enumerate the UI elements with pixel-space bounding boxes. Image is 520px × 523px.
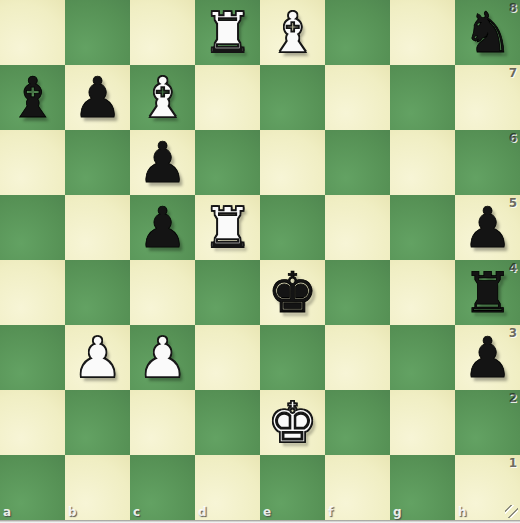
file-label-f: f — [328, 505, 333, 519]
piece-black-pawn-c6[interactable]: ♟ — [130, 130, 195, 195]
piece-white-pawn-b3[interactable]: ♟ — [65, 325, 130, 390]
square-g6[interactable] — [390, 130, 455, 195]
piece-black-bishop-a7[interactable]: ♝ — [0, 65, 65, 130]
file-label-b: b — [68, 505, 77, 519]
square-g5[interactable] — [390, 195, 455, 260]
piece-black-rook-h4[interactable]: ♜ — [455, 260, 520, 325]
square-b6[interactable] — [65, 130, 130, 195]
piece-white-king-e2[interactable]: ♚ — [260, 390, 325, 455]
square-b2[interactable] — [65, 390, 130, 455]
file-label-g: g — [393, 505, 402, 519]
square-a7[interactable]: ♝ — [0, 65, 65, 130]
square-g7[interactable] — [390, 65, 455, 130]
resize-grip-icon[interactable] — [505, 505, 518, 518]
piece-white-pawn-c3[interactable]: ♟ — [130, 325, 195, 390]
square-a5[interactable] — [0, 195, 65, 260]
square-h3[interactable]: ♟3 — [455, 325, 520, 390]
square-c2[interactable] — [130, 390, 195, 455]
square-h5[interactable]: ♟5 — [455, 195, 520, 260]
square-e6[interactable] — [260, 130, 325, 195]
square-g2[interactable] — [390, 390, 455, 455]
square-h7[interactable]: 7 — [455, 65, 520, 130]
square-c6[interactable]: ♟ — [130, 130, 195, 195]
piece-black-pawn-b7[interactable]: ♟ — [65, 65, 130, 130]
square-a6[interactable] — [0, 130, 65, 195]
file-label-d: d — [198, 505, 207, 519]
square-f6[interactable] — [325, 130, 390, 195]
piece-white-bishop-c7[interactable]: ♝ — [130, 65, 195, 130]
piece-white-rook-d8[interactable]: ♜ — [195, 0, 260, 65]
square-c4[interactable] — [130, 260, 195, 325]
piece-black-pawn-c5[interactable]: ♟ — [130, 195, 195, 260]
square-e2[interactable]: ♚ — [260, 390, 325, 455]
file-label-c: c — [133, 505, 140, 519]
square-d1[interactable]: d — [195, 455, 260, 520]
square-d7[interactable] — [195, 65, 260, 130]
rank-label-2: 2 — [509, 391, 517, 405]
square-a2[interactable] — [0, 390, 65, 455]
square-g3[interactable] — [390, 325, 455, 390]
square-h8[interactable]: ♞8 — [455, 0, 520, 65]
square-g1[interactable]: g — [390, 455, 455, 520]
square-h2[interactable]: 2 — [455, 390, 520, 455]
file-label-h: h — [458, 505, 467, 519]
square-d2[interactable] — [195, 390, 260, 455]
square-f4[interactable] — [325, 260, 390, 325]
square-f7[interactable] — [325, 65, 390, 130]
square-a8[interactable] — [0, 0, 65, 65]
square-a4[interactable] — [0, 260, 65, 325]
square-c3[interactable]: ♟ — [130, 325, 195, 390]
square-b5[interactable] — [65, 195, 130, 260]
square-d6[interactable] — [195, 130, 260, 195]
piece-white-rook-d5[interactable]: ♜ — [195, 195, 260, 260]
square-d4[interactable] — [195, 260, 260, 325]
square-c7[interactable]: ♝ — [130, 65, 195, 130]
square-d8[interactable]: ♜ — [195, 0, 260, 65]
square-f5[interactable] — [325, 195, 390, 260]
square-a1[interactable]: a — [0, 455, 65, 520]
square-e1[interactable]: e — [260, 455, 325, 520]
piece-black-pawn-h5[interactable]: ♟ — [455, 195, 520, 260]
square-d5[interactable]: ♜ — [195, 195, 260, 260]
square-b3[interactable]: ♟ — [65, 325, 130, 390]
square-c1[interactable]: c — [130, 455, 195, 520]
square-h4[interactable]: ♜4 — [455, 260, 520, 325]
square-c5[interactable]: ♟ — [130, 195, 195, 260]
square-h6[interactable]: 6 — [455, 130, 520, 195]
rank-label-1: 1 — [509, 456, 517, 470]
file-label-e: e — [263, 505, 271, 519]
square-b4[interactable] — [65, 260, 130, 325]
square-e5[interactable] — [260, 195, 325, 260]
square-f8[interactable] — [325, 0, 390, 65]
square-g4[interactable] — [390, 260, 455, 325]
square-b1[interactable]: b — [65, 455, 130, 520]
square-d3[interactable] — [195, 325, 260, 390]
square-e8[interactable]: ♝ — [260, 0, 325, 65]
piece-white-bishop-e8[interactable]: ♝ — [260, 0, 325, 65]
square-e7[interactable] — [260, 65, 325, 130]
square-g8[interactable] — [390, 0, 455, 65]
square-e3[interactable] — [260, 325, 325, 390]
square-f1[interactable]: f — [325, 455, 390, 520]
square-b7[interactable]: ♟ — [65, 65, 130, 130]
piece-black-pawn-h3[interactable]: ♟ — [455, 325, 520, 390]
rank-label-6: 6 — [509, 131, 517, 145]
square-f3[interactable] — [325, 325, 390, 390]
square-b8[interactable] — [65, 0, 130, 65]
chess-board: ♜♝♞8♝♟♝7♟6♟♜♟5♚♜4♟♟♟3♚2abcdefg1h — [0, 0, 520, 520]
square-f2[interactable] — [325, 390, 390, 455]
piece-black-knight-h8[interactable]: ♞ — [455, 0, 520, 65]
chess-board-window: ♜♝♞8♝♟♝7♟6♟♜♟5♚♜4♟♟♟3♚2abcdefg1h — [0, 0, 520, 520]
square-e4[interactable]: ♚ — [260, 260, 325, 325]
square-c8[interactable] — [130, 0, 195, 65]
file-label-a: a — [3, 505, 11, 519]
square-a3[interactable] — [0, 325, 65, 390]
rank-label-7: 7 — [509, 66, 517, 80]
piece-black-king-e4[interactable]: ♚ — [260, 260, 325, 325]
